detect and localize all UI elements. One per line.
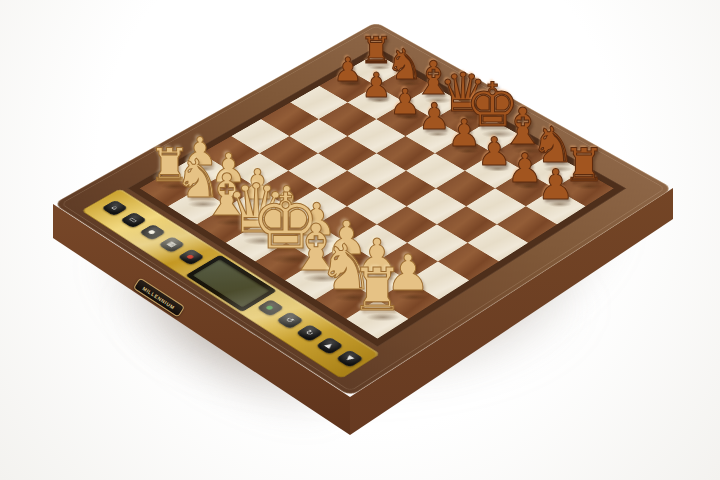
piece-black-pawn-a7[interactable]: ♟ [333,53,363,86]
pieces-layer: ♜♞♟♝♟♛♟♚♟♝♟♞♟♟♜♟♟♜♟♟♞♟♝♟♛♟♚♟♝♟♞♜ [0,0,720,480]
piece-white-rook-h1[interactable]: ♜ [351,260,404,319]
scene: MILLENNIUM ⌂▭●▦●●↺↻▲▼ ♜♞♟♝♟♛♟♚♟♝♟♞♟♟♜♟♟♜… [0,0,720,480]
piece-black-pawn-b7[interactable]: ♟ [361,68,392,102]
piece-black-pawn-c7[interactable]: ♟ [389,84,421,119]
piece-black-pawn-h7[interactable]: ♟ [537,164,574,206]
piece-black-pawn-d7[interactable]: ♟ [418,100,451,137]
